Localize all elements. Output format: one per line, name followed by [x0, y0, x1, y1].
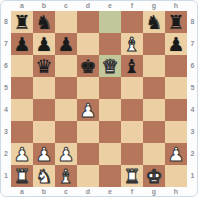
chess-board[interactable]: ♜♞♞♜♟♟♟♝♟♛♚♛♝♟♟♟♟♟♜♞♝♜♚	[11, 11, 187, 187]
square-c4[interactable]	[55, 99, 77, 121]
piece-black-rook: ♜	[11, 11, 33, 33]
rank-label: 7	[4, 39, 8, 49]
piece-white-pawn: ♟	[11, 143, 33, 165]
piece-white-knight: ♞	[33, 165, 55, 187]
square-g7[interactable]	[143, 33, 165, 55]
file-label: b	[33, 1, 55, 11]
square-a8[interactable]: ♜	[11, 11, 33, 33]
square-g3[interactable]	[143, 121, 165, 143]
file-label: f	[121, 1, 143, 11]
square-f8[interactable]	[121, 11, 143, 33]
piece-white-rook: ♜	[11, 165, 33, 187]
rank-label: 5	[191, 83, 195, 93]
piece-white-queen: ♛	[99, 55, 121, 77]
square-e6[interactable]: ♛	[99, 55, 121, 77]
square-b2[interactable]: ♟	[33, 143, 55, 165]
square-b4[interactable]	[33, 99, 55, 121]
file-label: c	[55, 187, 77, 197]
piece-white-bishop: ♝	[121, 33, 143, 55]
file-label: d	[77, 1, 99, 11]
piece-black-knight: ♞	[143, 11, 165, 33]
piece-black-knight: ♞	[33, 11, 55, 33]
square-h3[interactable]	[165, 121, 187, 143]
piece-black-pawn: ♟	[33, 33, 55, 55]
square-b7[interactable]: ♟	[33, 33, 55, 55]
square-d3[interactable]	[77, 121, 99, 143]
square-a7[interactable]: ♟	[11, 33, 33, 55]
square-c6[interactable]	[55, 55, 77, 77]
square-b8[interactable]: ♞	[33, 11, 55, 33]
rank-label: 2	[191, 149, 195, 159]
square-e3[interactable]	[99, 121, 121, 143]
rank-label: 8	[4, 17, 8, 27]
piece-black-pawn: ♟	[165, 33, 187, 55]
square-c2[interactable]: ♟	[55, 143, 77, 165]
square-b5[interactable]	[33, 77, 55, 99]
rank-label: 4	[191, 105, 195, 115]
file-label: g	[143, 187, 165, 197]
rank-labels-right: 87654321	[187, 11, 198, 187]
square-d6[interactable]: ♚	[77, 55, 99, 77]
square-h5[interactable]	[165, 77, 187, 99]
piece-black-king: ♚	[77, 55, 99, 77]
piece-white-pawn: ♟	[55, 143, 77, 165]
square-b6[interactable]: ♛	[33, 55, 55, 77]
square-h4[interactable]	[165, 99, 187, 121]
piece-white-rook: ♜	[121, 165, 143, 187]
square-f3[interactable]	[121, 121, 143, 143]
square-e4[interactable]	[99, 99, 121, 121]
square-d2[interactable]	[77, 143, 99, 165]
square-b3[interactable]	[33, 121, 55, 143]
rank-label: 5	[4, 83, 8, 93]
square-h7[interactable]: ♟	[165, 33, 187, 55]
rank-label: 6	[4, 61, 8, 71]
rank-label: 2	[4, 149, 8, 159]
piece-white-pawn: ♟	[165, 143, 187, 165]
square-c3[interactable]	[55, 121, 77, 143]
square-f7[interactable]: ♝	[121, 33, 143, 55]
square-d5[interactable]	[77, 77, 99, 99]
square-a2[interactable]: ♟	[11, 143, 33, 165]
square-a4[interactable]	[11, 99, 33, 121]
file-label: a	[11, 187, 33, 197]
piece-white-bishop: ♝	[55, 165, 77, 187]
square-e2[interactable]	[99, 143, 121, 165]
piece-black-queen: ♛	[33, 55, 55, 77]
square-a5[interactable]	[11, 77, 33, 99]
square-a6[interactable]	[11, 55, 33, 77]
file-label: d	[77, 187, 99, 197]
square-d4[interactable]: ♟	[77, 99, 99, 121]
chess-board-card: abcdefgh 87654321 ♜♞♞♜♟♟♟♝♟♛♚♛♝♟♟♟♟♟♜♞♝♜…	[0, 0, 198, 197]
square-g6[interactable]	[143, 55, 165, 77]
square-g8[interactable]: ♞	[143, 11, 165, 33]
rank-label: 3	[191, 127, 195, 137]
piece-white-pawn: ♟	[77, 99, 99, 121]
rank-label: 6	[191, 61, 195, 71]
file-label: b	[33, 187, 55, 197]
square-c1[interactable]: ♝	[55, 165, 77, 187]
square-g2[interactable]	[143, 143, 165, 165]
piece-black-bishop: ♝	[121, 55, 143, 77]
rank-labels-left: 87654321	[1, 11, 11, 187]
file-label: e	[99, 1, 121, 11]
square-b1[interactable]: ♞	[33, 165, 55, 187]
square-e5[interactable]	[99, 77, 121, 99]
square-f2[interactable]	[121, 143, 143, 165]
piece-white-king: ♚	[143, 165, 165, 187]
square-f4[interactable]	[121, 99, 143, 121]
rank-label: 7	[191, 39, 195, 49]
square-d8[interactable]	[77, 11, 99, 33]
square-f5[interactable]	[121, 77, 143, 99]
square-h1[interactable]	[165, 165, 187, 187]
square-d7[interactable]	[77, 33, 99, 55]
piece-black-pawn: ♟	[11, 33, 33, 55]
piece-black-pawn: ♟	[55, 33, 77, 55]
file-labels-bottom: abcdefgh	[11, 187, 187, 197]
piece-black-rook: ♜	[165, 11, 187, 33]
square-e8[interactable]	[99, 11, 121, 33]
square-d1[interactable]	[77, 165, 99, 187]
rank-label: 3	[4, 127, 8, 137]
square-h2[interactable]: ♟	[165, 143, 187, 165]
square-g5[interactable]	[143, 77, 165, 99]
file-labels-top: abcdefgh	[11, 1, 187, 11]
rank-label: 1	[191, 171, 195, 181]
square-h6[interactable]	[165, 55, 187, 77]
square-a3[interactable]	[11, 121, 33, 143]
file-label: e	[99, 187, 121, 197]
square-g4[interactable]	[143, 99, 165, 121]
file-label: a	[11, 1, 33, 11]
square-e1[interactable]	[99, 165, 121, 187]
file-label: h	[165, 1, 187, 11]
square-f1[interactable]: ♜	[121, 165, 143, 187]
square-c7[interactable]: ♟	[55, 33, 77, 55]
square-e7[interactable]	[99, 33, 121, 55]
file-label: h	[165, 187, 187, 197]
square-a1[interactable]: ♜	[11, 165, 33, 187]
rank-label: 4	[4, 105, 8, 115]
square-h8[interactable]: ♜	[165, 11, 187, 33]
file-label: f	[121, 187, 143, 197]
rank-label: 1	[4, 171, 8, 181]
square-g1[interactable]: ♚	[143, 165, 165, 187]
piece-white-pawn: ♟	[33, 143, 55, 165]
square-c5[interactable]	[55, 77, 77, 99]
file-label: g	[143, 1, 165, 11]
square-c8[interactable]	[55, 11, 77, 33]
file-label: c	[55, 1, 77, 11]
rank-label: 8	[191, 17, 195, 27]
square-f6[interactable]: ♝	[121, 55, 143, 77]
